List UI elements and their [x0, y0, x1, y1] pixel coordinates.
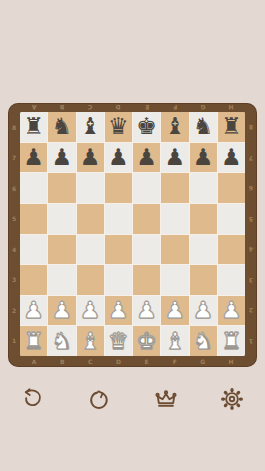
piece-white-rook[interactable]: ♜	[221, 330, 242, 353]
square-f3[interactable]	[161, 265, 188, 295]
square-b6[interactable]	[48, 173, 75, 203]
square-f6[interactable]	[161, 173, 188, 203]
square-b8[interactable]: ♞	[48, 112, 75, 142]
square-d7[interactable]: ♟	[105, 143, 132, 173]
square-h8[interactable]: ♜	[218, 112, 245, 142]
piece-black-pawn[interactable]: ♟	[108, 146, 129, 169]
undo-arrow-icon	[20, 386, 46, 412]
square-f4[interactable]	[161, 235, 188, 265]
square-g4[interactable]	[190, 235, 217, 265]
coordinate-label: 7	[245, 143, 257, 174]
square-b7[interactable]: ♟	[48, 143, 75, 173]
coordinate-label: H	[217, 103, 245, 112]
piece-white-pawn[interactable]: ♟	[23, 299, 44, 322]
coordinate-label: A	[20, 103, 48, 112]
coordinate-label: 8	[8, 112, 20, 143]
piece-black-pawn[interactable]: ♟	[165, 146, 186, 169]
square-d2[interactable]: ♟	[105, 296, 132, 326]
coordinate-label: E	[133, 356, 161, 367]
square-a6[interactable]	[20, 173, 47, 203]
square-f2[interactable]: ♟	[161, 296, 188, 326]
square-a7[interactable]: ♟	[20, 143, 47, 173]
piece-black-pawn[interactable]: ♟	[193, 146, 214, 169]
piece-black-rook[interactable]: ♜	[221, 115, 242, 138]
square-f8[interactable]: ♝	[161, 112, 188, 142]
square-e8[interactable]: ♚	[133, 112, 160, 142]
square-d4[interactable]	[105, 235, 132, 265]
square-c4[interactable]	[77, 235, 104, 265]
square-b4[interactable]	[48, 235, 75, 265]
coordinate-label: 8	[245, 112, 257, 143]
crown-button[interactable]	[133, 384, 199, 414]
square-c8[interactable]: ♝	[77, 112, 104, 142]
piece-white-knight[interactable]: ♞	[193, 330, 214, 353]
redo-arrow-icon	[86, 386, 112, 412]
coordinate-label: A	[20, 356, 48, 367]
square-a8[interactable]: ♜	[20, 112, 47, 142]
square-c3[interactable]	[77, 265, 104, 295]
square-e7[interactable]: ♟	[133, 143, 160, 173]
square-e5[interactable]	[133, 204, 160, 234]
square-h2[interactable]: ♟	[218, 296, 245, 326]
square-g2[interactable]: ♟	[190, 296, 217, 326]
coordinate-label: 7	[8, 143, 20, 174]
square-a4[interactable]	[20, 235, 47, 265]
coordinate-label: 6	[245, 173, 257, 204]
squares: ♜♞♝♛♚♝♞♜♟♟♟♟♟♟♟♟♟♟♟♟♟♟♟♟♜♞♝♛♚♝♞♜	[20, 112, 245, 356]
square-g6[interactable]	[190, 173, 217, 203]
coordinate-label: 1	[8, 326, 20, 357]
square-d8[interactable]: ♛	[105, 112, 132, 142]
coordinate-label: C	[76, 103, 104, 112]
coordinate-label: 5	[8, 204, 20, 235]
piece-white-bishop[interactable]: ♝	[80, 330, 101, 353]
square-c1[interactable]: ♝	[77, 326, 104, 356]
coordinate-label: 4	[8, 234, 20, 265]
square-h1[interactable]: ♜	[218, 326, 245, 356]
crown-icon	[153, 386, 179, 412]
square-c6[interactable]	[77, 173, 104, 203]
undo-button[interactable]	[0, 384, 66, 414]
piece-white-pawn[interactable]: ♟	[80, 299, 101, 322]
square-d3[interactable]	[105, 265, 132, 295]
square-c7[interactable]: ♟	[77, 143, 104, 173]
coordinate-label: G	[189, 103, 217, 112]
gear-icon	[219, 386, 245, 412]
square-b5[interactable]	[48, 204, 75, 234]
piece-black-pawn[interactable]: ♟	[136, 146, 157, 169]
square-a5[interactable]	[20, 204, 47, 234]
app-screen: ABCDEFGH ABCDEFGH 87654321 87654321 ♜♞♝♛…	[0, 0, 265, 471]
square-f1[interactable]: ♝	[161, 326, 188, 356]
square-a3[interactable]	[20, 265, 47, 295]
coordinate-label: H	[217, 356, 245, 367]
square-a1[interactable]: ♜	[20, 326, 47, 356]
coordinate-label: 1	[245, 326, 257, 357]
rank-labels-left: 87654321	[8, 112, 20, 356]
piece-white-pawn[interactable]: ♟	[52, 299, 73, 322]
square-e4[interactable]	[133, 235, 160, 265]
square-c5[interactable]	[77, 204, 104, 234]
piece-black-queen[interactable]: ♛	[108, 115, 129, 138]
piece-white-queen[interactable]: ♛	[108, 330, 129, 353]
coordinate-label: 2	[245, 295, 257, 326]
piece-black-pawn[interactable]: ♟	[221, 146, 242, 169]
coordinate-label: D	[104, 103, 132, 112]
square-d1[interactable]: ♛	[105, 326, 132, 356]
square-g1[interactable]: ♞	[190, 326, 217, 356]
square-h6[interactable]	[218, 173, 245, 203]
square-b3[interactable]	[48, 265, 75, 295]
square-g8[interactable]: ♞	[190, 112, 217, 142]
piece-black-rook[interactable]: ♜	[23, 115, 44, 138]
coordinate-label: G	[189, 356, 217, 367]
square-b2[interactable]: ♟	[48, 296, 75, 326]
square-f5[interactable]	[161, 204, 188, 234]
square-e3[interactable]	[133, 265, 160, 295]
square-e2[interactable]: ♟	[133, 296, 160, 326]
piece-black-knight[interactable]: ♞	[193, 115, 214, 138]
piece-black-knight[interactable]: ♞	[52, 115, 73, 138]
square-h4[interactable]	[218, 235, 245, 265]
square-g5[interactable]	[190, 204, 217, 234]
square-f7[interactable]: ♟	[161, 143, 188, 173]
file-labels-top: ABCDEFGH	[20, 103, 245, 112]
coordinate-label: 3	[8, 265, 20, 296]
coordinate-label: 5	[245, 204, 257, 235]
square-h5[interactable]	[218, 204, 245, 234]
toolbar	[0, 384, 265, 414]
coordinate-label: D	[104, 356, 132, 367]
square-h3[interactable]	[218, 265, 245, 295]
square-e1[interactable]: ♚	[133, 326, 160, 356]
piece-white-king[interactable]: ♚	[136, 330, 157, 353]
coordinate-label: 3	[245, 265, 257, 296]
coordinate-label: 4	[245, 234, 257, 265]
coordinate-label: 2	[8, 295, 20, 326]
piece-white-pawn[interactable]: ♟	[108, 299, 129, 322]
coordinate-label: C	[76, 356, 104, 367]
square-g7[interactable]: ♟	[190, 143, 217, 173]
coordinate-label: B	[48, 356, 76, 367]
coordinate-label: F	[161, 103, 189, 112]
piece-black-bishop[interactable]: ♝	[165, 115, 186, 138]
piece-white-pawn[interactable]: ♟	[221, 299, 242, 322]
piece-white-pawn[interactable]: ♟	[136, 299, 157, 322]
piece-black-king[interactable]: ♚	[136, 115, 157, 138]
square-h7[interactable]: ♟	[218, 143, 245, 173]
square-d5[interactable]	[105, 204, 132, 234]
file-labels-bottom: ABCDEFGH	[20, 356, 245, 367]
piece-black-pawn[interactable]: ♟	[80, 146, 101, 169]
redo-button[interactable]	[66, 384, 132, 414]
coordinate-label: F	[161, 356, 189, 367]
square-e6[interactable]	[133, 173, 160, 203]
square-b1[interactable]: ♞	[48, 326, 75, 356]
piece-white-rook[interactable]: ♜	[23, 330, 44, 353]
settings-button[interactable]	[199, 384, 265, 414]
piece-black-bishop[interactable]: ♝	[80, 115, 101, 138]
piece-white-knight[interactable]: ♞	[52, 330, 73, 353]
coordinate-label: B	[48, 103, 76, 112]
coordinate-label: E	[133, 103, 161, 112]
coordinate-label: 6	[8, 173, 20, 204]
rank-labels-right: 87654321	[245, 112, 257, 356]
piece-white-bishop[interactable]: ♝	[165, 330, 186, 353]
piece-black-pawn[interactable]: ♟	[52, 146, 73, 169]
chess-board: ABCDEFGH ABCDEFGH 87654321 87654321 ♜♞♝♛…	[8, 103, 257, 367]
piece-white-pawn[interactable]: ♟	[165, 299, 186, 322]
square-d6[interactable]	[105, 173, 132, 203]
piece-white-pawn[interactable]: ♟	[193, 299, 214, 322]
square-c2[interactable]: ♟	[77, 296, 104, 326]
square-g3[interactable]	[190, 265, 217, 295]
piece-black-pawn[interactable]: ♟	[23, 146, 44, 169]
square-a2[interactable]: ♟	[20, 296, 47, 326]
